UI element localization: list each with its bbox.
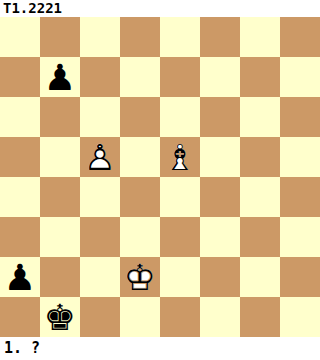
- square-a2[interactable]: ♟: [0, 257, 40, 297]
- square-g2[interactable]: [240, 257, 280, 297]
- square-a3[interactable]: [0, 217, 40, 257]
- square-h7[interactable]: [280, 57, 320, 97]
- square-d3[interactable]: [120, 217, 160, 257]
- square-e8[interactable]: [160, 17, 200, 57]
- square-b3[interactable]: [40, 217, 80, 257]
- puzzle-id: T1.2221: [3, 0, 62, 17]
- title-bar: T1.2221: [0, 0, 320, 17]
- square-d5[interactable]: [120, 137, 160, 177]
- square-f3[interactable]: [200, 217, 240, 257]
- square-h1[interactable]: [280, 297, 320, 337]
- square-e4[interactable]: [160, 177, 200, 217]
- square-h6[interactable]: [280, 97, 320, 137]
- square-g3[interactable]: [240, 217, 280, 257]
- square-f4[interactable]: [200, 177, 240, 217]
- square-a6[interactable]: [0, 97, 40, 137]
- square-f7[interactable]: [200, 57, 240, 97]
- square-f8[interactable]: [200, 17, 240, 57]
- square-e7[interactable]: [160, 57, 200, 97]
- square-d6[interactable]: [120, 97, 160, 137]
- square-g6[interactable]: [240, 97, 280, 137]
- square-g4[interactable]: [240, 177, 280, 217]
- square-g7[interactable]: [240, 57, 280, 97]
- square-f6[interactable]: [200, 97, 240, 137]
- square-f1[interactable]: [200, 297, 240, 337]
- square-d8[interactable]: [120, 17, 160, 57]
- black-pawn: ♟: [40, 57, 80, 97]
- square-e3[interactable]: [160, 217, 200, 257]
- square-h5[interactable]: [280, 137, 320, 177]
- square-b7[interactable]: ♟: [40, 57, 80, 97]
- square-e2[interactable]: [160, 257, 200, 297]
- square-d2[interactable]: ♚♔: [120, 257, 160, 297]
- white-pawn-fill: ♟: [80, 137, 120, 177]
- square-e1[interactable]: [160, 297, 200, 337]
- square-c5[interactable]: ♟♙: [80, 137, 120, 177]
- white-king: ♔: [120, 257, 160, 297]
- black-king: ♚: [40, 297, 80, 337]
- square-b4[interactable]: [40, 177, 80, 217]
- square-d7[interactable]: [120, 57, 160, 97]
- square-a5[interactable]: [0, 137, 40, 177]
- square-h8[interactable]: [280, 17, 320, 57]
- square-h2[interactable]: [280, 257, 320, 297]
- square-b2[interactable]: [40, 257, 80, 297]
- white-bishop: ♗: [160, 137, 200, 177]
- square-d1[interactable]: [120, 297, 160, 337]
- white-king-fill: ♚: [120, 257, 160, 297]
- move-prompt: 1. ?: [4, 338, 40, 358]
- square-e5[interactable]: ♝♗: [160, 137, 200, 177]
- square-a4[interactable]: [0, 177, 40, 217]
- square-b8[interactable]: [40, 17, 80, 57]
- square-b1[interactable]: ♚: [40, 297, 80, 337]
- square-g1[interactable]: [240, 297, 280, 337]
- square-a7[interactable]: [0, 57, 40, 97]
- square-c1[interactable]: [80, 297, 120, 337]
- square-c3[interactable]: [80, 217, 120, 257]
- white-pawn: ♙: [80, 137, 120, 177]
- square-c6[interactable]: [80, 97, 120, 137]
- square-g8[interactable]: [240, 17, 280, 57]
- square-a8[interactable]: [0, 17, 40, 57]
- square-f2[interactable]: [200, 257, 240, 297]
- footer-bar: 1. ?: [0, 337, 320, 360]
- square-c8[interactable]: [80, 17, 120, 57]
- square-g5[interactable]: [240, 137, 280, 177]
- square-a1[interactable]: [0, 297, 40, 337]
- square-b6[interactable]: [40, 97, 80, 137]
- square-b5[interactable]: [40, 137, 80, 177]
- square-h3[interactable]: [280, 217, 320, 257]
- black-pawn: ♟: [0, 257, 40, 297]
- square-c7[interactable]: [80, 57, 120, 97]
- square-h4[interactable]: [280, 177, 320, 217]
- white-bishop-fill: ♝: [160, 137, 200, 177]
- square-e6[interactable]: [160, 97, 200, 137]
- square-d4[interactable]: [120, 177, 160, 217]
- square-c2[interactable]: [80, 257, 120, 297]
- chess-board: ♟♟♙♝♗♟♚♔♚: [0, 17, 320, 337]
- square-c4[interactable]: [80, 177, 120, 217]
- chess-puzzle-window: T1.2221 ♟♟♙♝♗♟♚♔♚ 1. ?: [0, 0, 320, 360]
- square-f5[interactable]: [200, 137, 240, 177]
